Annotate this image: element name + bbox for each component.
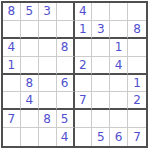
cell-r5c4[interactable]: 6 bbox=[57, 75, 75, 93]
cell-r5c5[interactable] bbox=[75, 75, 93, 93]
cell-r1c1[interactable]: 8 bbox=[3, 3, 21, 21]
cell-r6c7[interactable] bbox=[110, 92, 128, 110]
cell-r2c5[interactable]: 1 bbox=[75, 21, 93, 39]
cell-r2c7[interactable] bbox=[110, 21, 128, 39]
cell-r4c4[interactable] bbox=[57, 57, 75, 75]
cell-r7c8[interactable] bbox=[128, 110, 146, 128]
cell-r1c3[interactable]: 3 bbox=[39, 3, 57, 21]
cell-r2c8[interactable]: 8 bbox=[128, 21, 146, 39]
cell-r5c2[interactable]: 8 bbox=[21, 75, 39, 93]
cell-r4c2[interactable] bbox=[21, 57, 39, 75]
cell-r3c7[interactable]: 1 bbox=[110, 39, 128, 57]
cell-r7c1[interactable]: 7 bbox=[3, 110, 21, 128]
cell-r3c4[interactable]: 8 bbox=[57, 39, 75, 57]
page: 85341384811248614727854567 bbox=[0, 0, 150, 149]
cell-r8c4[interactable]: 4 bbox=[57, 128, 75, 146]
cell-r1c4[interactable] bbox=[57, 3, 75, 21]
cell-r3c1[interactable]: 4 bbox=[3, 39, 21, 57]
cell-r8c7[interactable]: 6 bbox=[110, 128, 128, 146]
cell-r1c6[interactable] bbox=[92, 3, 110, 21]
cell-r5c6[interactable] bbox=[92, 75, 110, 93]
cell-r8c5[interactable] bbox=[75, 128, 93, 146]
cell-r8c8[interactable]: 7 bbox=[128, 128, 146, 146]
cell-r2c2[interactable] bbox=[21, 21, 39, 39]
cell-r4c3[interactable] bbox=[39, 57, 57, 75]
cell-r1c2[interactable]: 5 bbox=[21, 3, 39, 21]
cell-r2c4[interactable] bbox=[57, 21, 75, 39]
cell-r5c1[interactable] bbox=[3, 75, 21, 93]
cell-r7c3[interactable]: 8 bbox=[39, 110, 57, 128]
cell-r7c2[interactable] bbox=[21, 110, 39, 128]
cell-r1c7[interactable] bbox=[110, 3, 128, 21]
cell-r8c3[interactable] bbox=[39, 128, 57, 146]
cell-r5c8[interactable]: 1 bbox=[128, 75, 146, 93]
cell-r7c6[interactable] bbox=[92, 110, 110, 128]
cell-r4c8[interactable] bbox=[128, 57, 146, 75]
cell-r3c6[interactable] bbox=[92, 39, 110, 57]
sudoku-board: 85341384811248614727854567 bbox=[1, 1, 148, 148]
cell-r1c5[interactable]: 4 bbox=[75, 3, 93, 21]
cell-r3c2[interactable] bbox=[21, 39, 39, 57]
cell-r6c5[interactable]: 7 bbox=[75, 92, 93, 110]
cell-r6c3[interactable] bbox=[39, 92, 57, 110]
cell-r3c5[interactable] bbox=[75, 39, 93, 57]
cell-r3c8[interactable] bbox=[128, 39, 146, 57]
cell-r4c7[interactable]: 4 bbox=[110, 57, 128, 75]
cell-r1c8[interactable] bbox=[128, 3, 146, 21]
cell-r2c3[interactable] bbox=[39, 21, 57, 39]
cell-r7c4[interactable]: 5 bbox=[57, 110, 75, 128]
cell-r6c6[interactable] bbox=[92, 92, 110, 110]
cell-r7c5[interactable] bbox=[75, 110, 93, 128]
cell-r7c7[interactable] bbox=[110, 110, 128, 128]
cell-r8c1[interactable] bbox=[3, 128, 21, 146]
cell-r6c1[interactable] bbox=[3, 92, 21, 110]
cell-r4c1[interactable]: 1 bbox=[3, 57, 21, 75]
cell-r6c2[interactable]: 4 bbox=[21, 92, 39, 110]
cell-r4c5[interactable]: 2 bbox=[75, 57, 93, 75]
cell-r6c8[interactable]: 2 bbox=[128, 92, 146, 110]
cell-r5c7[interactable] bbox=[110, 75, 128, 93]
cell-r3c3[interactable] bbox=[39, 39, 57, 57]
cell-r2c6[interactable]: 3 bbox=[92, 21, 110, 39]
cell-r6c4[interactable] bbox=[57, 92, 75, 110]
cell-r8c6[interactable]: 5 bbox=[92, 128, 110, 146]
cell-r8c2[interactable] bbox=[21, 128, 39, 146]
cell-r4c6[interactable] bbox=[92, 57, 110, 75]
cell-r2c1[interactable] bbox=[3, 21, 21, 39]
cell-r5c3[interactable] bbox=[39, 75, 57, 93]
